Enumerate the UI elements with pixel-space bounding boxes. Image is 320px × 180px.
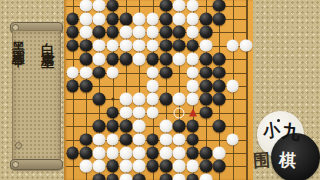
black-stone bbox=[173, 39, 186, 52]
white-stone bbox=[79, 12, 92, 25]
black-stone bbox=[119, 120, 132, 133]
white-stone bbox=[119, 39, 132, 52]
white-stone bbox=[133, 39, 146, 52]
logo-char-qi: 棋 bbox=[279, 152, 297, 170]
black-stone bbox=[213, 0, 226, 12]
white-stone bbox=[146, 12, 159, 25]
white-stone bbox=[119, 26, 132, 39]
black-stone bbox=[66, 26, 79, 39]
white-stone bbox=[146, 79, 159, 92]
black-stone bbox=[186, 133, 199, 146]
white-stone bbox=[133, 146, 146, 159]
black-stone bbox=[79, 146, 92, 159]
white-stone bbox=[200, 173, 213, 180]
white-stone bbox=[93, 39, 106, 52]
white-stone bbox=[173, 0, 186, 12]
black-stone bbox=[200, 53, 213, 66]
black-stone bbox=[200, 106, 213, 119]
white-stone bbox=[106, 133, 119, 146]
white-stone bbox=[146, 93, 159, 106]
red-triangle-move-marker bbox=[189, 108, 197, 116]
white-stone bbox=[133, 53, 146, 66]
black-stone bbox=[133, 173, 146, 180]
white-stone bbox=[133, 133, 146, 146]
white-stone bbox=[160, 146, 173, 159]
channel-logo: 小 九 围 棋 bbox=[252, 110, 320, 180]
white-stone bbox=[186, 53, 199, 66]
black-stone bbox=[66, 146, 79, 159]
white-stone bbox=[160, 133, 173, 146]
black-stone bbox=[106, 0, 119, 12]
white-stone bbox=[106, 39, 119, 52]
black-stone bbox=[160, 66, 173, 79]
white-stone bbox=[186, 93, 199, 106]
black-stone bbox=[79, 133, 92, 146]
black-stone bbox=[160, 173, 173, 180]
black-stone bbox=[200, 146, 213, 159]
black-stone bbox=[119, 12, 132, 25]
black-stone bbox=[200, 66, 213, 79]
black-label: 黑 bbox=[11, 31, 26, 33]
white-stone bbox=[200, 39, 213, 52]
white-stone bbox=[93, 0, 106, 12]
black-stone bbox=[173, 26, 186, 39]
black-stone bbox=[160, 0, 173, 12]
scroll-bottom-roll bbox=[10, 159, 63, 170]
black-stone bbox=[119, 53, 132, 66]
black-stone bbox=[66, 12, 79, 25]
white-stone bbox=[186, 26, 199, 39]
white-stone bbox=[146, 106, 159, 119]
black-stone bbox=[79, 39, 92, 52]
white-stone bbox=[93, 12, 106, 25]
white-player: 白唐韦星 bbox=[41, 31, 62, 161]
white-stone bbox=[133, 93, 146, 106]
logo-char-jiu: 九 bbox=[281, 122, 301, 142]
black-stone bbox=[213, 120, 226, 133]
black-stone bbox=[146, 53, 159, 66]
white-stone bbox=[146, 26, 159, 39]
white-stone bbox=[119, 173, 132, 180]
white-stone bbox=[173, 173, 186, 180]
seal-icon bbox=[15, 142, 22, 149]
black-stone bbox=[93, 93, 106, 106]
white-stone bbox=[173, 53, 186, 66]
white-stone bbox=[79, 26, 92, 39]
white-stone bbox=[119, 146, 132, 159]
black-stone bbox=[160, 26, 173, 39]
black-stone bbox=[93, 66, 106, 79]
white-stone bbox=[213, 146, 226, 159]
black-stone bbox=[160, 12, 173, 25]
white-stone bbox=[146, 39, 159, 52]
black-stone bbox=[186, 173, 199, 180]
black-stone bbox=[93, 120, 106, 133]
white-stone bbox=[186, 160, 199, 173]
black-player-name: 周睿羊 bbox=[11, 40, 26, 46]
broadcast-thumbnail: 白唐韦星 黑周睿羊 小 九 围 棋 bbox=[0, 0, 320, 180]
black-stone bbox=[213, 160, 226, 173]
white-stone bbox=[173, 146, 186, 159]
black-stone bbox=[93, 26, 106, 39]
black-stone bbox=[160, 160, 173, 173]
white-stone bbox=[186, 66, 199, 79]
black-stone bbox=[213, 79, 226, 92]
black-stone bbox=[186, 120, 199, 133]
white-stone bbox=[93, 146, 106, 159]
black-stone bbox=[106, 160, 119, 173]
go-board[interactable] bbox=[64, 0, 253, 180]
white-stone bbox=[146, 66, 159, 79]
white-stone bbox=[79, 160, 92, 173]
black-stone bbox=[213, 53, 226, 66]
logo-char-wei: 围 bbox=[252, 151, 270, 169]
white-stone bbox=[173, 12, 186, 25]
black-stone bbox=[213, 66, 226, 79]
black-stone bbox=[79, 79, 92, 92]
black-stone bbox=[66, 39, 79, 52]
black-stone bbox=[106, 120, 119, 133]
star-point bbox=[111, 98, 114, 101]
white-stone bbox=[186, 79, 199, 92]
white-stone bbox=[186, 0, 199, 12]
white-stone bbox=[93, 160, 106, 173]
black-stone bbox=[146, 133, 159, 146]
black-stone bbox=[160, 39, 173, 52]
logo-dot-icon bbox=[277, 119, 280, 122]
black-stone bbox=[200, 12, 213, 25]
black-stone bbox=[66, 79, 79, 92]
black-stone bbox=[146, 146, 159, 159]
black-stone bbox=[106, 12, 119, 25]
white-stone bbox=[226, 133, 239, 146]
black-stone bbox=[79, 53, 92, 66]
black-stone bbox=[106, 26, 119, 39]
white-stone bbox=[133, 106, 146, 119]
white-stone bbox=[93, 53, 106, 66]
black-stone bbox=[106, 53, 119, 66]
white-stone bbox=[226, 79, 239, 92]
white-stone bbox=[186, 12, 199, 25]
black-stone bbox=[213, 12, 226, 25]
white-label: 白 bbox=[40, 31, 56, 33]
black-stone bbox=[106, 173, 119, 180]
logo-char-xiao: 小 bbox=[262, 121, 281, 140]
white-stone bbox=[79, 0, 92, 12]
black-stone bbox=[119, 133, 132, 146]
white-stone bbox=[106, 146, 119, 159]
white-stone bbox=[119, 106, 132, 119]
white-stone bbox=[133, 26, 146, 39]
white-stone bbox=[93, 133, 106, 146]
black-stone bbox=[186, 39, 199, 52]
black-stone bbox=[186, 146, 199, 159]
black-stone bbox=[200, 160, 213, 173]
ring-move-marker bbox=[174, 107, 185, 118]
scroll-knob-icon bbox=[12, 161, 19, 168]
white-stone bbox=[119, 160, 132, 173]
scroll-body: 白唐韦星 黑周睿羊 bbox=[12, 30, 61, 162]
black-stone bbox=[106, 106, 119, 119]
white-stone bbox=[66, 66, 79, 79]
white-stone bbox=[160, 120, 173, 133]
white-stone bbox=[133, 12, 146, 25]
white-stone bbox=[79, 66, 92, 79]
player-scroll: 白唐韦星 黑周睿羊 bbox=[10, 22, 63, 170]
white-stone bbox=[173, 160, 186, 173]
white-stone bbox=[133, 120, 146, 133]
white-player-name: 唐韦星 bbox=[40, 40, 56, 46]
black-stone bbox=[93, 173, 106, 180]
black-stone bbox=[213, 93, 226, 106]
white-stone bbox=[106, 66, 119, 79]
white-stone bbox=[119, 93, 132, 106]
black-stone bbox=[173, 120, 186, 133]
black-stone bbox=[160, 93, 173, 106]
black-stone bbox=[146, 160, 159, 173]
white-stone bbox=[133, 160, 146, 173]
white-stone bbox=[173, 93, 186, 106]
black-stone bbox=[200, 93, 213, 106]
black-stone bbox=[160, 53, 173, 66]
black-player: 黑周睿羊 bbox=[12, 31, 36, 161]
white-stone bbox=[173, 133, 186, 146]
white-stone bbox=[240, 39, 253, 52]
white-stone bbox=[226, 39, 239, 52]
black-stone bbox=[200, 79, 213, 92]
black-stone bbox=[200, 26, 213, 39]
